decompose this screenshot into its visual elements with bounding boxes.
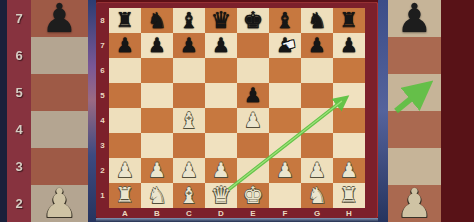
square-b3[interactable]	[141, 133, 173, 158]
background-rank-number-2: 2	[7, 185, 31, 222]
rank-label-6: 6	[96, 58, 109, 83]
background-left-edge	[0, 0, 7, 222]
square-h3[interactable]	[333, 133, 365, 158]
square-f8[interactable]: ♝	[269, 8, 301, 33]
background-square: ♟	[31, 185, 88, 222]
background-right-blue-band	[378, 0, 388, 222]
background-left-rank-numbers: 765432	[7, 0, 31, 222]
square-a3[interactable]	[109, 133, 141, 158]
square-f5[interactable]	[269, 83, 301, 108]
piece-wK-e1[interactable]: ♚	[243, 183, 264, 208]
square-b4[interactable]	[141, 108, 173, 133]
square-a7[interactable]: ♟	[109, 33, 141, 58]
file-label-c: C	[173, 208, 205, 218]
piece-wP-g2[interactable]: ♟	[308, 158, 326, 183]
square-h4[interactable]	[333, 108, 365, 133]
background-left-squares: ♟♟	[31, 0, 88, 222]
piece-bR-h8[interactable]: ♜	[340, 8, 359, 33]
piece-bP-a7[interactable]: ♟	[116, 33, 134, 58]
piece-wN-g1[interactable]: ♞	[307, 183, 327, 208]
background-rank-number-5: 5	[7, 74, 31, 111]
background-rank-number-3: 3	[7, 148, 31, 185]
square-b7[interactable]: ♟	[141, 33, 173, 58]
square-c1[interactable]: ♝	[173, 183, 205, 208]
square-e2[interactable]	[237, 158, 269, 183]
square-g4[interactable]	[301, 108, 333, 133]
piece-bP-d7[interactable]: ♟	[212, 33, 230, 58]
square-a2[interactable]: ♟	[109, 158, 141, 183]
background-square	[388, 37, 441, 74]
square-f1[interactable]	[269, 183, 301, 208]
square-e8[interactable]: ♚	[237, 8, 269, 33]
piece-wP-f2[interactable]: ♟	[276, 158, 294, 183]
square-g7[interactable]: ♟	[301, 33, 333, 58]
square-h2[interactable]: ♟	[333, 158, 365, 183]
background-piece-bP: ♟	[397, 0, 433, 37]
piece-bP-b7[interactable]: ♟	[148, 33, 166, 58]
background-square	[31, 74, 88, 111]
background-rank-number-7: 7	[7, 0, 31, 37]
piece-wB-c4[interactable]: ♝	[179, 108, 199, 133]
square-f2[interactable]: ♟	[269, 158, 301, 183]
piece-wP-c2[interactable]: ♟	[180, 158, 198, 183]
piece-wQ-d1[interactable]: ♛	[211, 183, 232, 208]
piece-bP-h7[interactable]: ♟	[340, 33, 358, 58]
piece-wP-d2[interactable]: ♟	[212, 158, 230, 183]
square-h7[interactable]: ♟	[333, 33, 365, 58]
rank-label-8: 8	[96, 8, 109, 33]
square-c4[interactable]: ♝	[173, 108, 205, 133]
piece-bN-g8[interactable]: ♞	[307, 8, 327, 33]
background-rank-number-6: 6	[7, 37, 31, 74]
square-g8[interactable]: ♞	[301, 8, 333, 33]
square-g6[interactable]	[301, 58, 333, 83]
file-label-b: B	[141, 208, 173, 218]
square-c7[interactable]: ♟	[173, 33, 205, 58]
piece-wR-a1[interactable]: ♜	[116, 183, 135, 208]
piece-bB-c8[interactable]: ♝	[179, 8, 199, 33]
square-a8[interactable]: ♜	[109, 8, 141, 33]
square-g5[interactable]	[301, 83, 333, 108]
rank-label-3: 3	[96, 133, 109, 158]
square-g2[interactable]: ♟	[301, 158, 333, 183]
file-label-f: F	[269, 208, 301, 218]
square-a5[interactable]	[109, 83, 141, 108]
square-a6[interactable]	[109, 58, 141, 83]
background-square: ♟	[388, 0, 441, 37]
background-square	[388, 111, 441, 148]
square-f3[interactable]	[269, 133, 301, 158]
background-square	[388, 74, 441, 111]
square-c3[interactable]	[173, 133, 205, 158]
background-rank-number-4: 4	[7, 111, 31, 148]
square-b6[interactable]	[141, 58, 173, 83]
square-d4[interactable]	[205, 108, 237, 133]
square-d1[interactable]: ♛	[205, 183, 237, 208]
square-d3[interactable]	[205, 133, 237, 158]
square-b5[interactable]	[141, 83, 173, 108]
piece-wB-c1[interactable]: ♝	[179, 183, 199, 208]
background-left-blue-band	[88, 0, 96, 222]
background-right-squares: ♟♟	[388, 0, 441, 222]
background-square	[31, 37, 88, 74]
square-c8[interactable]: ♝	[173, 8, 205, 33]
square-e1[interactable]: ♚	[237, 183, 269, 208]
rank-label-7: 7	[96, 33, 109, 58]
file-label-h: H	[333, 208, 365, 218]
piece-bP-e5[interactable]: ♟	[244, 83, 262, 108]
background-square	[31, 111, 88, 148]
file-label-a: A	[109, 208, 141, 218]
rank-label-4: 4	[96, 108, 109, 133]
rank-label-5: 5	[96, 83, 109, 108]
file-label-d: D	[205, 208, 237, 218]
piece-wP-b2[interactable]: ♟	[148, 158, 166, 183]
piece-wP-h2[interactable]: ♟	[340, 158, 358, 183]
square-e5[interactable]: ♟	[237, 83, 269, 108]
square-a1[interactable]: ♜	[109, 183, 141, 208]
board-squares: ♜♞♝♛♚♝♞♜♟♟♟♟♟♟♟♟♝♟♟♟♟♟♟♟♟♜♞♝♛♚♞♜	[109, 8, 365, 208]
square-h8[interactable]: ♜	[333, 8, 365, 33]
square-d7[interactable]: ♟	[205, 33, 237, 58]
square-d2[interactable]: ♟	[205, 158, 237, 183]
piece-wR-h1[interactable]: ♜	[340, 183, 359, 208]
square-c2[interactable]: ♟	[173, 158, 205, 183]
piece-wN-b1[interactable]: ♞	[147, 183, 167, 208]
file-label-e: E	[237, 208, 269, 218]
background-piece-wP: ♟	[42, 185, 78, 222]
square-e7[interactable]	[237, 33, 269, 58]
piece-bB-f8[interactable]: ♝	[275, 8, 295, 33]
piece-bR-a8[interactable]: ♜	[116, 8, 135, 33]
background-piece-bP: ♟	[42, 0, 78, 37]
square-b2[interactable]: ♟	[141, 158, 173, 183]
square-e4[interactable]: ♟	[237, 108, 269, 133]
square-d5[interactable]	[205, 83, 237, 108]
square-c6[interactable]	[173, 58, 205, 83]
background-piece-wP: ♟	[397, 185, 433, 222]
square-b8[interactable]: ♞	[141, 8, 173, 33]
piece-wP-a2[interactable]: ♟	[116, 158, 134, 183]
piece-bP-g7[interactable]: ♟	[308, 33, 326, 58]
square-b1[interactable]: ♞	[141, 183, 173, 208]
piece-bQ-d8[interactable]: ♛	[211, 8, 232, 33]
square-g1[interactable]: ♞	[301, 183, 333, 208]
background-square: ♟	[388, 185, 441, 222]
square-d8[interactable]: ♛	[205, 8, 237, 33]
piece-bK-e8[interactable]: ♚	[243, 8, 264, 33]
piece-bP-c7[interactable]: ♟	[180, 33, 198, 58]
square-d6[interactable]	[205, 58, 237, 83]
square-f4[interactable]	[269, 108, 301, 133]
square-c5[interactable]	[173, 83, 205, 108]
bottom-background-sliver	[96, 218, 378, 222]
square-e6[interactable]	[237, 58, 269, 83]
background-right-strip: ♟♟	[378, 0, 474, 222]
square-h6[interactable]	[333, 58, 365, 83]
square-h5[interactable]	[333, 83, 365, 108]
file-labels: ABCDEFGH	[109, 208, 365, 218]
piece-bN-b8[interactable]: ♞	[147, 8, 167, 33]
chess-app-screenshot: 765432 ♟♟ ♟♟ 87654321 ♜♞♝♛♚♝♞♜♟♟♟♟♟♟♟♟♝♟…	[0, 0, 474, 222]
square-a4[interactable]	[109, 108, 141, 133]
rank-label-2: 2	[96, 158, 109, 183]
chess-board: 87654321 ♜♞♝♛♚♝♞♜♟♟♟♟♟♟♟♟♝♟♟♟♟♟♟♟♟♜♞♝♛♚♞…	[96, 2, 378, 218]
file-label-g: G	[301, 208, 333, 218]
square-f6[interactable]	[269, 58, 301, 83]
rank-label-1: 1	[96, 183, 109, 208]
square-e3[interactable]	[237, 133, 269, 158]
rank-labels: 87654321	[96, 8, 109, 208]
background-left-strip: 765432 ♟♟	[0, 0, 96, 222]
square-g3[interactable]	[301, 133, 333, 158]
square-h1[interactable]: ♜	[333, 183, 365, 208]
background-square: ♟	[31, 0, 88, 37]
piece-wP-e4[interactable]: ♟	[244, 108, 262, 133]
